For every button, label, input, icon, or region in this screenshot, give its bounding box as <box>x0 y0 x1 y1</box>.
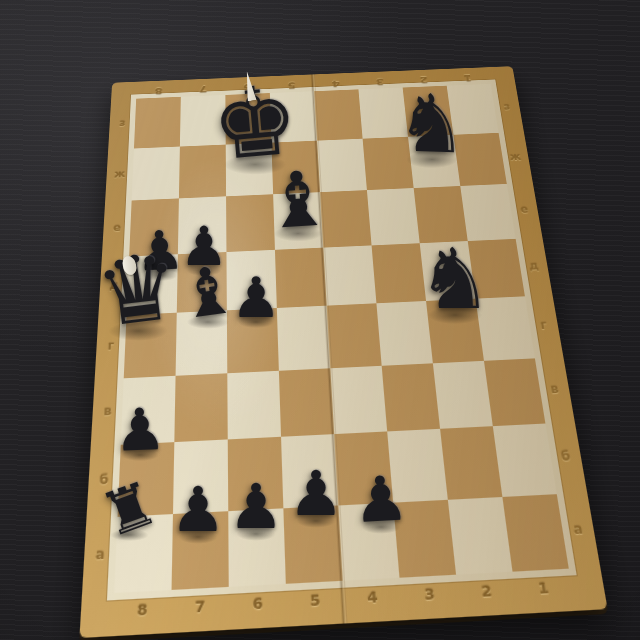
coord-label-side-з: з <box>110 99 134 149</box>
coord-label-top-8: 8 <box>136 83 181 98</box>
square-d4 <box>327 303 382 368</box>
square-e5 <box>275 247 327 308</box>
square-g8 <box>132 146 180 200</box>
coord-label-bottom-6: 6 <box>229 593 287 620</box>
pawn-glyph: ♟ <box>228 476 284 538</box>
square-e4 <box>323 245 376 306</box>
pawn-glyph: ♟ <box>170 479 226 541</box>
square-a2 <box>448 496 513 574</box>
square-f3 <box>367 188 420 245</box>
square-c7 <box>174 373 227 442</box>
square-c4 <box>330 365 387 434</box>
queen-glyph: ♛ <box>91 240 184 341</box>
coord-label-bottom-8: 8 <box>113 599 172 626</box>
square-c2 <box>433 360 493 428</box>
coord-label-bottom-1: 1 <box>514 578 574 605</box>
bishop-glyph: ♝ <box>261 160 334 241</box>
coord-label-top-4: 4 <box>313 75 358 89</box>
square-h4 <box>314 89 362 140</box>
coord-label-bottom-4: 4 <box>343 587 402 614</box>
square-c3 <box>382 363 440 432</box>
coord-label-bottom-5: 5 <box>286 590 345 617</box>
coord-label-top-3: 3 <box>357 74 402 88</box>
square-d5 <box>277 306 330 371</box>
coord-label-side-ж: ж <box>107 148 132 201</box>
knight-glyph: ♞ <box>395 83 469 165</box>
square-h8 <box>134 97 181 148</box>
pawn-glyph: ♟ <box>288 463 344 525</box>
square-a1 <box>502 494 568 572</box>
coord-label-bottom-3: 3 <box>400 584 459 611</box>
square-b1 <box>493 424 557 497</box>
square-c1 <box>484 358 546 426</box>
coord-label-bottom-2: 2 <box>457 581 517 608</box>
pawn-glyph: ♟ <box>352 467 411 532</box>
square-c5 <box>279 368 334 437</box>
pawn-glyph: ♟ <box>231 270 281 326</box>
pawn-glyph: ♟ <box>113 400 167 460</box>
knight-glyph: ♞ <box>417 237 492 321</box>
coord-label-bottom-7: 7 <box>171 596 229 623</box>
square-b2 <box>440 426 502 499</box>
square-c6 <box>227 370 281 439</box>
